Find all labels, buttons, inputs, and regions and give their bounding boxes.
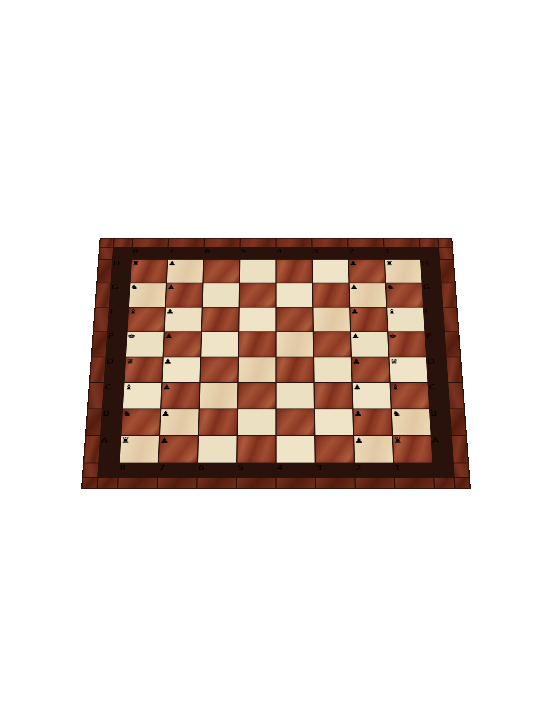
- coord-file-c: C: [103, 383, 123, 408]
- border-corner: [99, 463, 119, 476]
- frame-block: [356, 478, 395, 488]
- border-corner: [434, 463, 454, 476]
- piece-white-pawn-g2[interactable]: ♟: [350, 283, 386, 290]
- file-label: E: [426, 332, 433, 340]
- coord-rank-4: 4: [277, 463, 315, 476]
- black-knight-glyph: ♞: [130, 283, 166, 290]
- black-pawn-glyph: ♟: [163, 357, 200, 365]
- square-a3[interactable]: [315, 436, 353, 462]
- square-a1[interactable]: ♜: [393, 436, 432, 462]
- white-king-glyph: ♚: [388, 332, 425, 340]
- frame-block: [440, 260, 455, 283]
- frame-block: [98, 478, 118, 488]
- square-b6[interactable]: [199, 409, 237, 435]
- square-f7[interactable]: ♟: [165, 308, 202, 332]
- square-c5[interactable]: [238, 383, 275, 408]
- coord-file-h: H: [421, 260, 440, 283]
- white-rook-glyph: ♜: [385, 260, 420, 267]
- frame-block: [384, 239, 419, 247]
- square-b8[interactable]: ♞: [121, 409, 160, 435]
- frame-block: [277, 478, 315, 488]
- rank-label: 6: [198, 463, 205, 471]
- frame-block: [114, 239, 132, 247]
- coord-rank-2: 2: [355, 463, 394, 476]
- square-e7[interactable]: ♟: [164, 332, 201, 356]
- frame-block: [86, 409, 102, 435]
- file-label: G: [111, 283, 119, 290]
- black-pawn-glyph: ♟: [167, 283, 203, 290]
- piece-white-queen-d1[interactable]: ♛: [390, 357, 427, 365]
- square-h7[interactable]: ♟: [167, 260, 203, 283]
- frame-block: [447, 357, 462, 382]
- rank-label: 4: [277, 248, 283, 255]
- coord-rank-3: 3: [313, 248, 348, 259]
- frame-block: [277, 239, 312, 247]
- coord-rank-7: 7: [168, 248, 203, 259]
- frame-block: [118, 478, 157, 488]
- piece-black-bishop-c8[interactable]: ♝: [124, 383, 161, 391]
- file-label: F: [109, 308, 115, 316]
- square-b7[interactable]: ♟: [160, 409, 198, 435]
- black-bishop-glyph: ♝: [129, 308, 165, 316]
- file-label: A: [432, 436, 439, 444]
- square-h1[interactable]: ♜: [385, 260, 421, 283]
- piece-black-rook-a8[interactable]: ♜: [121, 436, 159, 444]
- square-a6[interactable]: [198, 436, 236, 462]
- perspective-scene: 87654321H♜♟♟♜HG♞♟♟♞GF♝♟♟♝FE♚♟♟♚ED♛♟♟♛DC♝…: [0, 0, 540, 720]
- square-e1[interactable]: ♚: [388, 332, 426, 356]
- black-pawn-glyph: ♟: [168, 260, 203, 267]
- black-rook-glyph: ♜: [131, 260, 166, 267]
- piece-black-pawn-c7[interactable]: ♟: [162, 383, 199, 391]
- frame-block: [443, 308, 458, 332]
- file-label: F: [424, 308, 430, 316]
- border-corner: [421, 248, 439, 259]
- frame-block: [450, 409, 466, 435]
- white-pawn-glyph: ♟: [353, 383, 390, 391]
- square-e4[interactable]: [277, 332, 313, 356]
- white-pawn-glyph: ♟: [349, 260, 384, 267]
- piece-black-pawn-b7[interactable]: ♟: [161, 409, 199, 417]
- rank-label: 5: [240, 248, 246, 255]
- frame-block: [205, 239, 240, 247]
- square-e2[interactable]: ♟: [351, 332, 388, 356]
- square-d8[interactable]: ♛: [125, 357, 163, 382]
- rank-label: 3: [313, 248, 319, 255]
- square-b5[interactable]: [238, 409, 276, 435]
- coord-file-f: F: [108, 308, 127, 332]
- piece-white-rook-a1[interactable]: ♜: [393, 436, 431, 444]
- square-c6[interactable]: [200, 383, 238, 408]
- file-label: H: [113, 260, 121, 267]
- piece-black-queen-d8[interactable]: ♛: [126, 357, 163, 365]
- coord-rank-6: 6: [198, 463, 236, 476]
- square-h6[interactable]: [204, 260, 240, 283]
- square-f3[interactable]: [313, 308, 349, 332]
- square-g3[interactable]: [313, 283, 349, 306]
- coord-file-c: C: [429, 383, 449, 408]
- board-tilt-wrapper: 87654321H♜♟♟♜HG♞♟♟♞GF♝♟♟♝FE♚♟♟♚ED♛♟♟♛DC♝…: [81, 238, 471, 489]
- rank-label: 4: [277, 463, 283, 471]
- black-rook-glyph: ♜: [121, 436, 159, 444]
- rank-label: 2: [355, 463, 362, 471]
- coord-file-g: G: [423, 283, 442, 306]
- white-rook-glyph: ♜: [393, 436, 431, 444]
- piece-black-pawn-e7[interactable]: ♟: [164, 332, 200, 340]
- square-g7[interactable]: ♟: [166, 283, 202, 306]
- square-c4[interactable]: [277, 383, 314, 408]
- black-bishop-glyph: ♝: [124, 383, 161, 391]
- file-label: D: [427, 357, 435, 365]
- piece-white-bishop-f1[interactable]: ♝: [387, 308, 423, 316]
- rank-label: 1: [385, 248, 391, 255]
- piece-white-pawn-a2[interactable]: ♟: [354, 436, 392, 444]
- coord-file-a: A: [100, 436, 121, 462]
- square-a2[interactable]: ♟: [354, 436, 393, 462]
- piece-white-pawn-h2[interactable]: ♟: [349, 260, 384, 267]
- piece-white-pawn-c2[interactable]: ♟: [353, 383, 390, 391]
- piece-white-pawn-e2[interactable]: ♟: [351, 332, 387, 340]
- black-pawn-glyph: ♟: [166, 308, 202, 316]
- frame-block: [445, 332, 460, 356]
- frame-block: [448, 383, 463, 408]
- black-pawn-glyph: ♟: [162, 383, 199, 391]
- square-f5[interactable]: [239, 308, 275, 332]
- coord-rank-4: 4: [277, 248, 312, 259]
- black-king-glyph: ♚: [127, 332, 164, 340]
- square-g4[interactable]: [277, 283, 313, 306]
- piece-black-rook-h8[interactable]: ♜: [131, 260, 166, 267]
- black-pawn-glyph: ♟: [160, 436, 198, 444]
- frame-block: [452, 436, 468, 462]
- square-f2[interactable]: ♟: [350, 308, 387, 332]
- frame-block: [84, 436, 100, 462]
- white-pawn-glyph: ♟: [352, 357, 389, 365]
- square-b3[interactable]: [315, 409, 353, 435]
- square-f6[interactable]: [202, 308, 238, 332]
- coord-rank-6: 6: [204, 248, 239, 259]
- piece-white-rook-h1[interactable]: ♜: [385, 260, 420, 267]
- frame-block: [90, 357, 105, 382]
- square-e8[interactable]: ♚: [126, 332, 164, 356]
- frame-block: [348, 239, 383, 247]
- piece-white-pawn-f2[interactable]: ♟: [350, 308, 386, 316]
- frame-block: [92, 332, 107, 356]
- square-h5[interactable]: [240, 260, 275, 283]
- square-c8[interactable]: ♝: [123, 383, 161, 408]
- coord-file-b: B: [430, 409, 450, 435]
- piece-white-pawn-d2[interactable]: ♟: [352, 357, 389, 365]
- coord-rank-2: 2: [349, 248, 384, 259]
- piece-white-knight-g1[interactable]: ♞: [386, 283, 422, 290]
- rank-label: 7: [159, 463, 166, 471]
- coord-rank-1: 1: [385, 248, 421, 259]
- square-g8[interactable]: ♞: [129, 283, 166, 306]
- square-d1[interactable]: ♛: [390, 357, 428, 382]
- square-a8[interactable]: ♜: [120, 436, 159, 462]
- coord-rank-1: 1: [394, 463, 433, 476]
- rank-label: 3: [316, 463, 323, 471]
- square-h8[interactable]: ♜: [131, 260, 167, 283]
- square-e6[interactable]: [201, 332, 238, 356]
- coord-rank-5: 5: [240, 248, 275, 259]
- square-f4[interactable]: [277, 308, 313, 332]
- coord-file-e: E: [107, 332, 127, 356]
- square-c3[interactable]: [315, 383, 353, 408]
- square-d5[interactable]: [239, 357, 276, 382]
- square-a7[interactable]: ♟: [159, 436, 198, 462]
- white-pawn-glyph: ♟: [351, 332, 387, 340]
- file-label: A: [101, 436, 108, 444]
- piece-black-pawn-d7[interactable]: ♟: [163, 357, 200, 365]
- file-label: E: [108, 332, 115, 340]
- frame-block: [99, 248, 113, 259]
- frame-block: [100, 239, 113, 247]
- piece-black-king-e8[interactable]: ♚: [127, 332, 164, 340]
- frame-block: [169, 239, 204, 247]
- black-queen-glyph: ♛: [126, 357, 163, 365]
- frame-block: [455, 478, 470, 488]
- square-f8[interactable]: ♝: [128, 308, 165, 332]
- rank-label: 7: [168, 248, 174, 255]
- square-g1[interactable]: ♞: [386, 283, 423, 306]
- coord-rank-7: 7: [158, 463, 197, 476]
- coord-rank-3: 3: [316, 463, 354, 476]
- frame-block: [442, 283, 457, 306]
- square-b1[interactable]: ♞: [392, 409, 431, 435]
- border-corner: [113, 248, 131, 259]
- coord-file-h: H: [112, 260, 131, 283]
- piece-white-bishop-c1[interactable]: ♝: [391, 383, 428, 391]
- white-pawn-glyph: ♟: [354, 436, 392, 444]
- file-label: C: [104, 383, 111, 391]
- square-a4[interactable]: [277, 436, 315, 462]
- frame-block: [82, 478, 97, 488]
- frame-block: [434, 478, 454, 488]
- piece-white-knight-b1[interactable]: ♞: [392, 409, 430, 417]
- frame-block: [237, 478, 275, 488]
- square-g6[interactable]: [203, 283, 239, 306]
- square-g5[interactable]: [240, 283, 276, 306]
- piece-black-knight-b8[interactable]: ♞: [122, 409, 160, 417]
- coord-file-d: D: [427, 357, 447, 382]
- square-c1[interactable]: ♝: [391, 383, 429, 408]
- square-b2[interactable]: ♟: [353, 409, 391, 435]
- product-photo: 87654321H♜♟♟♜HG♞♟♟♞GF♝♟♟♝FE♚♟♟♚ED♛♟♟♛DC♝…: [0, 0, 540, 720]
- white-queen-glyph: ♛: [390, 357, 427, 365]
- black-knight-glyph: ♞: [122, 409, 160, 417]
- square-e3[interactable]: [314, 332, 351, 356]
- rank-label: 5: [237, 463, 244, 471]
- frame-block: [133, 239, 168, 247]
- frame-block: [316, 478, 354, 488]
- white-pawn-glyph: ♟: [350, 308, 386, 316]
- piece-white-pawn-b2[interactable]: ♟: [353, 409, 391, 417]
- square-d7[interactable]: ♟: [163, 357, 201, 382]
- black-pawn-glyph: ♟: [164, 332, 200, 340]
- rank-label: 1: [394, 463, 401, 471]
- coord-rank-8: 8: [132, 248, 168, 259]
- square-f1[interactable]: ♝: [387, 308, 424, 332]
- square-h4[interactable]: [277, 260, 312, 283]
- coord-file-a: A: [432, 436, 453, 462]
- square-a5[interactable]: [237, 436, 275, 462]
- square-d3[interactable]: [314, 357, 351, 382]
- square-h2[interactable]: ♟: [349, 260, 385, 283]
- piece-black-knight-g8[interactable]: ♞: [130, 283, 166, 290]
- file-label: G: [423, 283, 431, 290]
- white-pawn-glyph: ♟: [350, 283, 386, 290]
- file-label: D: [106, 357, 114, 365]
- coord-file-b: B: [101, 409, 121, 435]
- rank-label: 2: [349, 248, 355, 255]
- piece-black-pawn-f7[interactable]: ♟: [166, 308, 202, 316]
- chess-board: 87654321H♜♟♟♜HG♞♟♟♞GF♝♟♟♝FE♚♟♟♚ED♛♟♟♛DC♝…: [81, 238, 471, 489]
- file-label: B: [103, 409, 110, 417]
- white-bishop-glyph: ♝: [387, 308, 423, 316]
- white-bishop-glyph: ♝: [391, 383, 428, 391]
- coord-file-d: D: [105, 357, 125, 382]
- frame-block: [312, 239, 347, 247]
- piece-black-pawn-a7[interactable]: ♟: [160, 436, 198, 444]
- coord-file-f: F: [424, 308, 443, 332]
- black-pawn-glyph: ♟: [161, 409, 199, 417]
- piece-black-pawn-h7[interactable]: ♟: [168, 260, 203, 267]
- piece-white-king-e1[interactable]: ♚: [388, 332, 425, 340]
- coord-rank-8: 8: [119, 463, 158, 476]
- rank-label: 8: [119, 463, 126, 471]
- square-e5[interactable]: [239, 332, 275, 356]
- frame-block: [158, 478, 197, 488]
- rank-label: 8: [132, 248, 138, 255]
- frame-block: [439, 248, 453, 259]
- square-h3[interactable]: [313, 260, 349, 283]
- frame-block: [197, 478, 235, 488]
- piece-black-pawn-g7[interactable]: ♟: [167, 283, 203, 290]
- frame-block: [83, 463, 98, 476]
- file-label: H: [421, 260, 428, 267]
- square-c2[interactable]: ♟: [353, 383, 391, 408]
- frame-block: [395, 478, 434, 488]
- coord-rank-5: 5: [237, 463, 275, 476]
- square-d6[interactable]: [201, 357, 238, 382]
- square-d4[interactable]: [277, 357, 314, 382]
- file-label: C: [429, 383, 436, 391]
- coord-file-e: E: [426, 332, 446, 356]
- square-c7[interactable]: ♟: [161, 383, 199, 408]
- square-g2[interactable]: ♟: [350, 283, 386, 306]
- white-knight-glyph: ♞: [392, 409, 430, 417]
- file-label: B: [430, 409, 437, 417]
- white-knight-glyph: ♞: [386, 283, 422, 290]
- frame-block: [96, 283, 111, 306]
- piece-black-bishop-f8[interactable]: ♝: [129, 308, 165, 316]
- frame-block: [88, 383, 103, 408]
- frame-block: [241, 239, 276, 247]
- square-b4[interactable]: [277, 409, 315, 435]
- square-d2[interactable]: ♟: [352, 357, 390, 382]
- frame-block: [94, 308, 109, 332]
- white-pawn-glyph: ♟: [353, 409, 391, 417]
- frame-block: [420, 239, 438, 247]
- coord-file-g: G: [110, 283, 129, 306]
- frame-block: [454, 463, 469, 476]
- frame-block: [98, 260, 113, 283]
- frame-block: [438, 239, 451, 247]
- rank-label: 6: [204, 248, 210, 255]
